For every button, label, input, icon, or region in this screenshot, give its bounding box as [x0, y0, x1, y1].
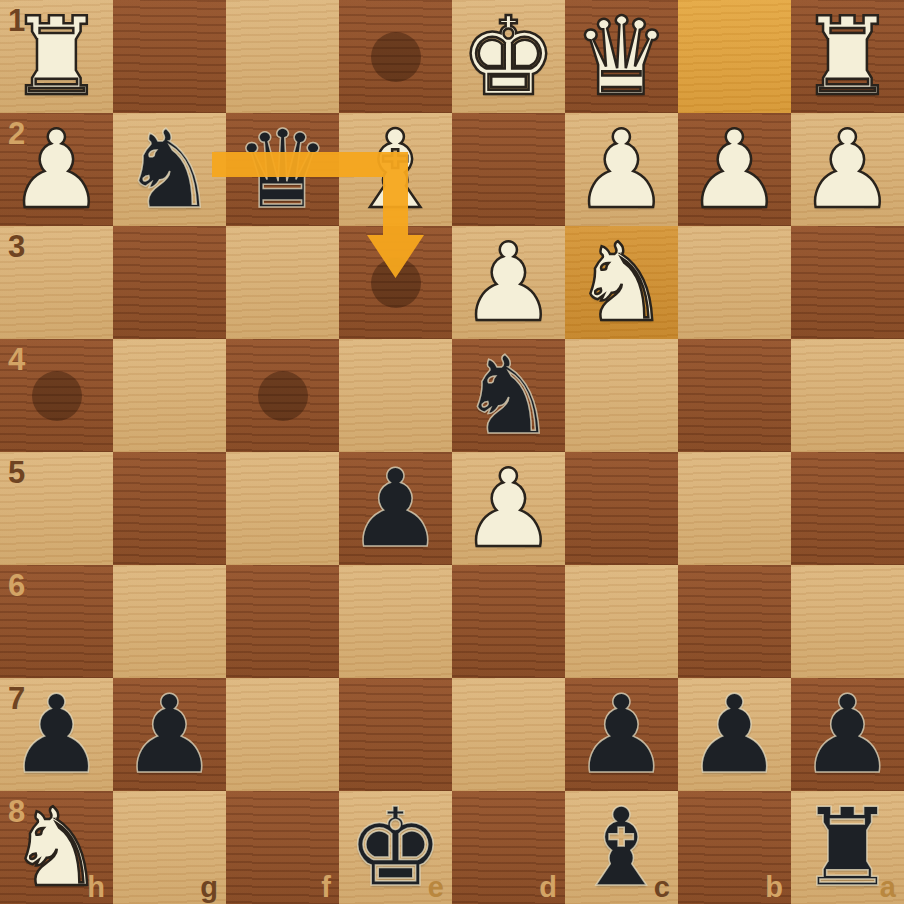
square-f6[interactable]	[226, 565, 339, 678]
square-b4[interactable]	[678, 339, 791, 452]
file-label-d: d	[539, 873, 557, 902]
black-pawn-a7[interactable]: ♟	[791, 678, 904, 791]
square-c2[interactable]: ♟	[565, 113, 678, 226]
square-c1[interactable]: ♛	[565, 0, 678, 113]
square-e5[interactable]: ♟	[339, 452, 452, 565]
square-f7[interactable]	[226, 678, 339, 791]
square-d5[interactable]: ♟	[452, 452, 565, 565]
square-g7[interactable]: ♟	[113, 678, 226, 791]
square-f1[interactable]	[226, 0, 339, 113]
square-e4[interactable]	[339, 339, 452, 452]
black-pawn-b7[interactable]: ♟	[678, 678, 791, 791]
square-g5[interactable]	[113, 452, 226, 565]
black-pawn-h7[interactable]: ♟	[0, 678, 113, 791]
square-c6[interactable]	[565, 565, 678, 678]
square-h1[interactable]: ♜1	[0, 0, 113, 113]
rank-label-6: 6	[8, 570, 25, 601]
chess-board: ♜1♚♛♜♟2♞♛♝♟♟♟3♟♞4♞5♟♟6♟7♟♟♟♟♞8hgf♚ed♝cb♜…	[0, 0, 904, 904]
square-a8[interactable]: ♜a	[791, 791, 904, 904]
square-b2[interactable]: ♟	[678, 113, 791, 226]
move-hint-dot-h4[interactable]	[32, 371, 82, 421]
square-h5[interactable]: 5	[0, 452, 113, 565]
square-c5[interactable]	[565, 452, 678, 565]
square-a3[interactable]	[791, 226, 904, 339]
black-knight-d4[interactable]: ♞	[452, 339, 565, 452]
square-b3[interactable]	[678, 226, 791, 339]
white-rook-a1[interactable]: ♜	[791, 0, 904, 113]
square-f4[interactable]	[226, 339, 339, 452]
square-e7[interactable]	[339, 678, 452, 791]
square-b5[interactable]	[678, 452, 791, 565]
white-knight-h8[interactable]: ♞	[0, 791, 113, 904]
square-b7[interactable]: ♟	[678, 678, 791, 791]
file-label-f: f	[321, 873, 331, 902]
square-h3[interactable]: 3	[0, 226, 113, 339]
square-a1[interactable]: ♜	[791, 0, 904, 113]
square-d4[interactable]: ♞	[452, 339, 565, 452]
rank-label-4: 4	[8, 344, 25, 375]
square-g2[interactable]: ♞	[113, 113, 226, 226]
white-pawn-a2[interactable]: ♟	[791, 113, 904, 226]
square-e3[interactable]	[339, 226, 452, 339]
square-d7[interactable]	[452, 678, 565, 791]
rank-label-3: 3	[8, 231, 25, 262]
board-grid: ♜1♚♛♜♟2♞♛♝♟♟♟3♟♞4♞5♟♟6♟7♟♟♟♟♞8hgf♚ed♝cb♜…	[0, 0, 904, 904]
square-b6[interactable]	[678, 565, 791, 678]
square-b1[interactable]	[678, 0, 791, 113]
black-knight-g2[interactable]: ♞	[113, 113, 226, 226]
white-knight-c3[interactable]: ♞	[565, 226, 678, 339]
square-d6[interactable]	[452, 565, 565, 678]
square-c4[interactable]	[565, 339, 678, 452]
square-a2[interactable]: ♟	[791, 113, 904, 226]
white-pawn-c2[interactable]: ♟	[565, 113, 678, 226]
square-h4[interactable]: 4	[0, 339, 113, 452]
square-b8[interactable]: b	[678, 791, 791, 904]
white-pawn-d5[interactable]: ♟	[452, 452, 565, 565]
square-e2[interactable]: ♝	[339, 113, 452, 226]
square-h2[interactable]: ♟2	[0, 113, 113, 226]
square-d8[interactable]: d	[452, 791, 565, 904]
rank-label-5: 5	[8, 457, 25, 488]
white-king-d1[interactable]: ♚	[452, 0, 565, 113]
white-pawn-b2[interactable]: ♟	[678, 113, 791, 226]
square-g3[interactable]	[113, 226, 226, 339]
square-c7[interactable]: ♟	[565, 678, 678, 791]
square-f3[interactable]	[226, 226, 339, 339]
square-g4[interactable]	[113, 339, 226, 452]
white-pawn-d3[interactable]: ♟	[452, 226, 565, 339]
square-e8[interactable]: ♚e	[339, 791, 452, 904]
black-king-e8[interactable]: ♚	[339, 791, 452, 904]
square-a4[interactable]	[791, 339, 904, 452]
square-f5[interactable]	[226, 452, 339, 565]
black-bishop-c8[interactable]: ♝	[565, 791, 678, 904]
square-a5[interactable]	[791, 452, 904, 565]
square-f8[interactable]: f	[226, 791, 339, 904]
black-rook-a8[interactable]: ♜	[791, 791, 904, 904]
white-queen-c1[interactable]: ♛	[565, 0, 678, 113]
black-pawn-g7[interactable]: ♟	[113, 678, 226, 791]
square-e6[interactable]	[339, 565, 452, 678]
black-queen-f2[interactable]: ♛	[226, 113, 339, 226]
move-hint-dot-e1[interactable]	[371, 32, 421, 82]
white-bishop-e2[interactable]: ♝	[339, 113, 452, 226]
square-a6[interactable]	[791, 565, 904, 678]
black-pawn-c7[interactable]: ♟	[565, 678, 678, 791]
square-d2[interactable]	[452, 113, 565, 226]
black-pawn-e5[interactable]: ♟	[339, 452, 452, 565]
square-d1[interactable]: ♚	[452, 0, 565, 113]
move-hint-dot-f4[interactable]	[258, 371, 308, 421]
square-h8[interactable]: ♞8h	[0, 791, 113, 904]
square-h7[interactable]: ♟7	[0, 678, 113, 791]
file-label-g: g	[200, 873, 218, 902]
square-a7[interactable]: ♟	[791, 678, 904, 791]
square-d3[interactable]: ♟	[452, 226, 565, 339]
square-c8[interactable]: ♝c	[565, 791, 678, 904]
square-g6[interactable]	[113, 565, 226, 678]
square-f2[interactable]: ♛	[226, 113, 339, 226]
white-rook-h1[interactable]: ♜	[0, 0, 113, 113]
square-g1[interactable]	[113, 0, 226, 113]
square-h6[interactable]: 6	[0, 565, 113, 678]
file-label-b: b	[765, 873, 783, 902]
white-pawn-h2[interactable]: ♟	[0, 113, 113, 226]
move-hint-dot-e3[interactable]	[371, 258, 421, 308]
square-g8[interactable]: g	[113, 791, 226, 904]
square-c3[interactable]: ♞	[565, 226, 678, 339]
square-e1[interactable]	[339, 0, 452, 113]
